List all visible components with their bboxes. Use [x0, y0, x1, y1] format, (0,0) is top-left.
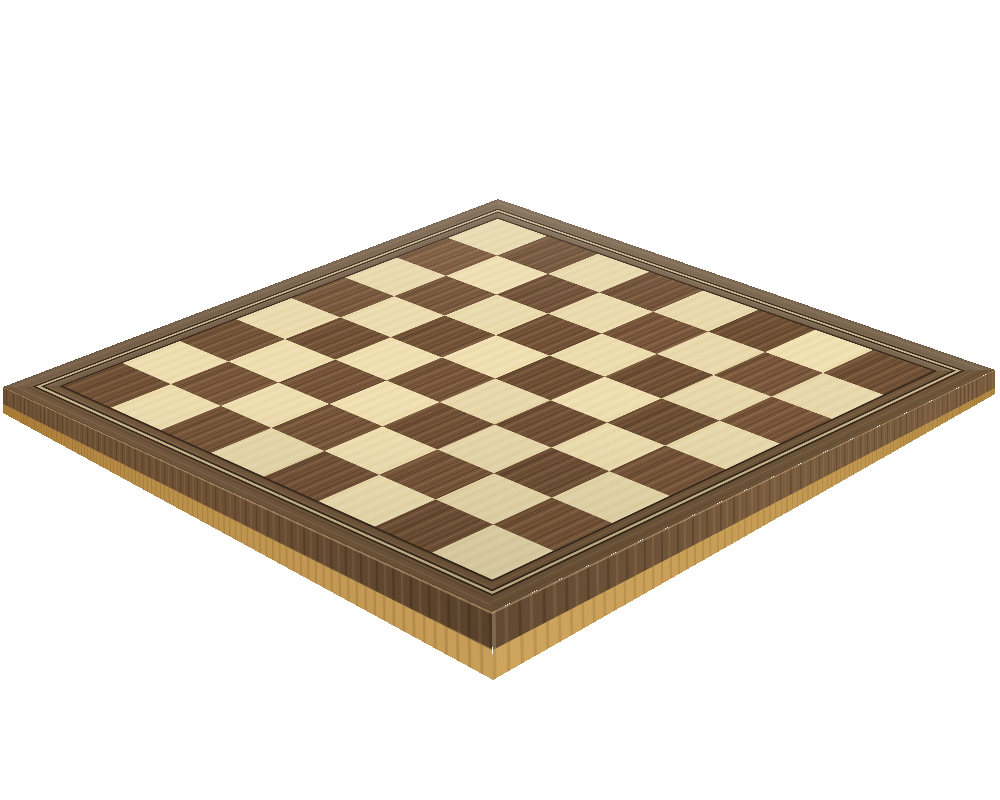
chessboard-product-photo	[0, 0, 1000, 800]
chess-board-top	[3, 199, 995, 612]
playing-field	[59, 218, 937, 582]
